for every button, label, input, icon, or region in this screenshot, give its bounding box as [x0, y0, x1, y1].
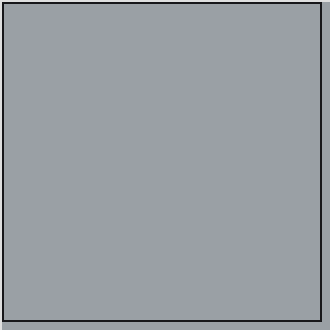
- board-frame: [2, 2, 322, 322]
- chess-board: [4, 4, 320, 320]
- chessboard-window: [0, 0, 330, 330]
